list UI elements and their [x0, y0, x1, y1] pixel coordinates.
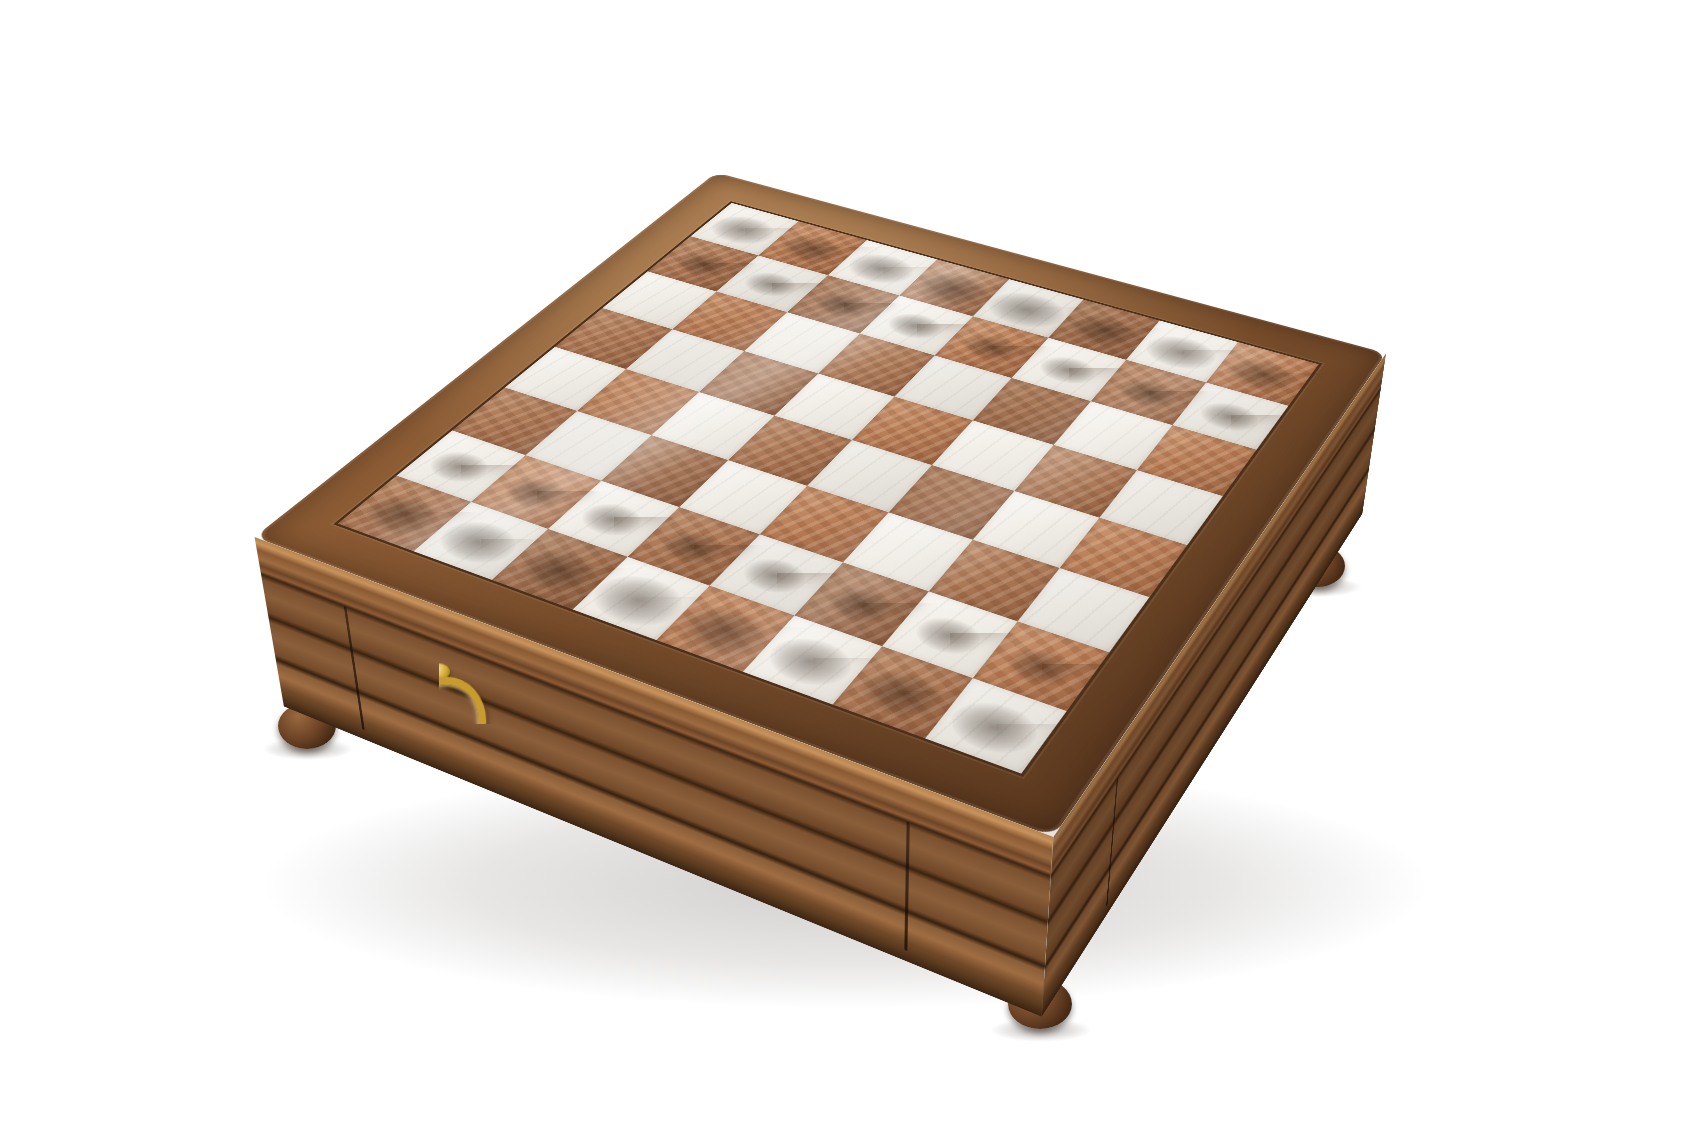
drawer-seam	[343, 606, 364, 731]
piece-glyph-rook: ♜	[888, 516, 1105, 734]
drawer-seam	[905, 821, 910, 951]
corner-seam	[1106, 777, 1118, 907]
drawer-ring-pull[interactable]	[407, 677, 486, 765]
chess-set-scene: ♜♜♞♞♝♝♛♛♚♚♝♝♞♞♜♜♟♟♟♟♟♟♟♟♟♟♟♟♟♟♟♟♟♟♟♟♟♟♟♟…	[0, 0, 1700, 1133]
